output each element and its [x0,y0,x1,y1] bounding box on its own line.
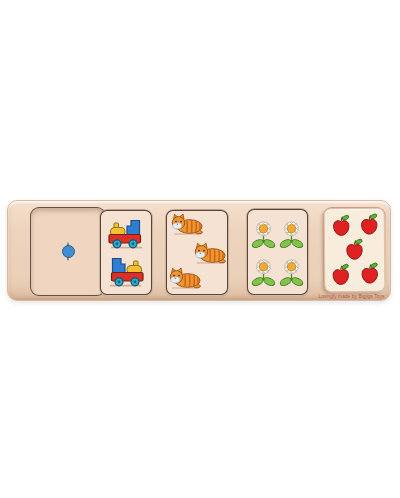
tile-five-apples[interactable] [324,208,386,293]
daisy-icon [250,256,277,287]
train-icon [106,256,146,287]
daisy-icon [250,218,277,249]
tile-two-trains[interactable] [100,210,152,295]
slot-recess-cats [165,209,229,296]
daisy-icon [278,218,305,249]
slot-recess-ball[interactable] [30,207,106,296]
apple-icon [331,213,352,238]
tile-three-cats[interactable] [166,210,228,295]
slot-recess-trains [99,209,153,296]
puzzle-slot-5-apples [323,207,386,293]
apple-icon [330,262,351,287]
product-photo: Lovingly made by Bigjigs Toys [0,0,400,498]
apple-icon [359,261,380,286]
brand-text: Lovingly made by Bigjigs Toys [319,293,385,299]
cat-icon [170,213,204,235]
train-icon [106,218,146,249]
puzzle-slot-3-cats [165,209,229,296]
slot-recess-apples [323,207,386,293]
cat-icon [193,242,227,264]
apple-icon [344,237,365,262]
slot-recess-daisies [246,208,309,296]
cat-icon [168,267,202,289]
daisy-icon [278,256,305,287]
puzzle-tray: Lovingly made by Bigjigs Toys [7,200,391,301]
ball-hub [62,245,75,258]
puzzle-slot-1-ball [30,207,106,296]
tile-four-daisies[interactable] [247,209,308,295]
puzzle-slot-2-trains [99,209,153,296]
puzzle-slot-4-daisies [246,208,309,296]
apple-icon [359,212,380,237]
